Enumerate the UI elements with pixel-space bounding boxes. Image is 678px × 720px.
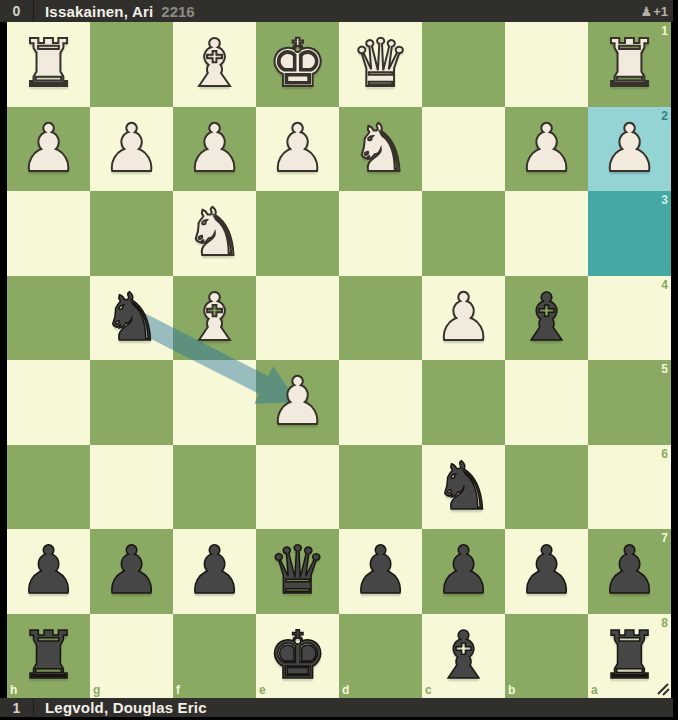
- black-pawn-g7[interactable]: ♟: [90, 529, 173, 614]
- square-d2[interactable]: ♞: [339, 107, 422, 192]
- square-e3[interactable]: [256, 191, 339, 276]
- square-g3[interactable]: [90, 191, 173, 276]
- square-f4[interactable]: ♝: [173, 276, 256, 361]
- black-pawn-h7[interactable]: ♟: [7, 529, 90, 614]
- square-c4[interactable]: ♟: [422, 276, 505, 361]
- square-e8[interactable]: e♚: [256, 614, 339, 699]
- square-f3[interactable]: ♞: [173, 191, 256, 276]
- square-d1[interactable]: ♛: [339, 22, 422, 107]
- square-b7[interactable]: ♟: [505, 529, 588, 614]
- white-rook-a1[interactable]: ♜: [588, 22, 671, 107]
- white-pawn-c4[interactable]: ♟: [422, 276, 505, 361]
- top-player-rating: 2216: [161, 3, 194, 20]
- square-h8[interactable]: h♜: [7, 614, 90, 699]
- black-pawn-b7[interactable]: ♟: [505, 529, 588, 614]
- square-a1[interactable]: 1♜: [588, 22, 671, 107]
- square-a2[interactable]: 2♟: [588, 107, 671, 192]
- square-h6[interactable]: [7, 445, 90, 530]
- square-b6[interactable]: [505, 445, 588, 530]
- rank-label-5: 5: [661, 363, 668, 375]
- square-d3[interactable]: [339, 191, 422, 276]
- square-c5[interactable]: [422, 360, 505, 445]
- square-f1[interactable]: ♝: [173, 22, 256, 107]
- white-bishop-f4[interactable]: ♝: [173, 276, 256, 361]
- square-c2[interactable]: [422, 107, 505, 192]
- square-e5[interactable]: ♟: [256, 360, 339, 445]
- square-d4[interactable]: [339, 276, 422, 361]
- square-d5[interactable]: [339, 360, 422, 445]
- square-d7[interactable]: ♟: [339, 529, 422, 614]
- square-b4[interactable]: ♝: [505, 276, 588, 361]
- square-h7[interactable]: ♟: [7, 529, 90, 614]
- rank-label-6: 6: [661, 448, 668, 460]
- square-e4[interactable]: [256, 276, 339, 361]
- square-c8[interactable]: c♝: [422, 614, 505, 699]
- square-g8[interactable]: g: [90, 614, 173, 699]
- file-label-g: g: [93, 684, 100, 696]
- resize-handle[interactable]: [655, 681, 671, 697]
- square-g4[interactable]: ♞: [90, 276, 173, 361]
- square-f5[interactable]: [173, 360, 256, 445]
- square-e6[interactable]: [256, 445, 339, 530]
- white-pawn-a2[interactable]: ♟: [588, 107, 671, 192]
- top-player-score: 0: [0, 0, 34, 22]
- black-bishop-b4[interactable]: ♝: [505, 276, 588, 361]
- white-pawn-e2[interactable]: ♟: [256, 107, 339, 192]
- square-f8[interactable]: f: [173, 614, 256, 699]
- square-g1[interactable]: [90, 22, 173, 107]
- black-queen-e7[interactable]: ♛: [256, 529, 339, 614]
- white-knight-f3[interactable]: ♞: [173, 191, 256, 276]
- square-c3[interactable]: [422, 191, 505, 276]
- top-player-name: Issakainen, Ari: [45, 3, 153, 20]
- square-g2[interactable]: ♟: [90, 107, 173, 192]
- square-c7[interactable]: ♟: [422, 529, 505, 614]
- square-h1[interactable]: ♜: [7, 22, 90, 107]
- square-a4[interactable]: 4: [588, 276, 671, 361]
- black-rook-h8[interactable]: ♜: [7, 614, 90, 699]
- bottom-player-score: 1: [0, 698, 34, 717]
- black-pawn-f7[interactable]: ♟: [173, 529, 256, 614]
- square-h2[interactable]: ♟: [7, 107, 90, 192]
- square-f2[interactable]: ♟: [173, 107, 256, 192]
- square-b2[interactable]: ♟: [505, 107, 588, 192]
- rank-label-3: 3: [661, 194, 668, 206]
- rank-label-4: 4: [661, 279, 668, 291]
- white-pawn-e5[interactable]: ♟: [256, 360, 339, 445]
- black-king-e8[interactable]: ♚: [256, 614, 339, 699]
- white-pawn-g2[interactable]: ♟: [90, 107, 173, 192]
- square-b1[interactable]: [505, 22, 588, 107]
- white-knight-d2[interactable]: ♞: [339, 107, 422, 192]
- white-king-e1[interactable]: ♚: [256, 22, 339, 107]
- square-e2[interactable]: ♟: [256, 107, 339, 192]
- pawn-icon: ♟: [641, 4, 653, 19]
- square-b3[interactable]: [505, 191, 588, 276]
- material-advantage-badge: ♟ +1: [641, 4, 673, 19]
- square-e1[interactable]: ♚: [256, 22, 339, 107]
- black-pawn-a7[interactable]: ♟: [588, 529, 671, 614]
- chess-broadcast-view: 0 Issakainen, Ari 2216 ♟ +1 ♜♝♚♛1♜♟♟♟♟♞♟…: [0, 0, 678, 720]
- square-g5[interactable]: [90, 360, 173, 445]
- square-a7[interactable]: 7♟: [588, 529, 671, 614]
- square-f6[interactable]: [173, 445, 256, 530]
- square-g6[interactable]: [90, 445, 173, 530]
- square-d6[interactable]: [339, 445, 422, 530]
- square-b5[interactable]: [505, 360, 588, 445]
- square-a3[interactable]: 3: [588, 191, 671, 276]
- material-count: +1: [653, 4, 668, 19]
- square-h4[interactable]: [7, 276, 90, 361]
- file-label-d: d: [342, 684, 349, 696]
- board: ♜♝♚♛1♜♟♟♟♟♞♟2♟♞3♞♝♟♝4♟5♞6♟♟♟♛♟♟♟7♟h♜gfe♚…: [7, 22, 671, 698]
- file-label-b: b: [508, 684, 515, 696]
- square-b8[interactable]: b: [505, 614, 588, 699]
- white-rook-h1[interactable]: ♜: [7, 22, 90, 107]
- square-e7[interactable]: ♛: [256, 529, 339, 614]
- black-pawn-c7[interactable]: ♟: [422, 529, 505, 614]
- square-h3[interactable]: [7, 191, 90, 276]
- black-pawn-d7[interactable]: ♟: [339, 529, 422, 614]
- top-player-bar: 0 Issakainen, Ari 2216 ♟ +1: [0, 0, 673, 22]
- file-label-f: f: [176, 684, 180, 696]
- white-bishop-f1[interactable]: ♝: [173, 22, 256, 107]
- black-bishop-c8[interactable]: ♝: [422, 614, 505, 699]
- white-queen-d1[interactable]: ♛: [339, 22, 422, 107]
- bottom-player-bar: 1 Legvold, Douglas Eric: [0, 698, 673, 717]
- square-d8[interactable]: d: [339, 614, 422, 699]
- white-pawn-f2[interactable]: ♟: [173, 107, 256, 192]
- square-g7[interactable]: ♟: [90, 529, 173, 614]
- square-f7[interactable]: ♟: [173, 529, 256, 614]
- square-a5[interactable]: 5: [588, 360, 671, 445]
- bottom-player-name: Legvold, Douglas Eric: [45, 699, 207, 716]
- square-a6[interactable]: 6: [588, 445, 671, 530]
- white-pawn-b2[interactable]: ♟: [505, 107, 588, 192]
- black-knight-c6[interactable]: ♞: [422, 445, 505, 530]
- black-knight-g4[interactable]: ♞: [90, 276, 173, 361]
- white-pawn-h2[interactable]: ♟: [7, 107, 90, 192]
- square-h5[interactable]: [7, 360, 90, 445]
- square-c1[interactable]: [422, 22, 505, 107]
- square-c6[interactable]: ♞: [422, 445, 505, 530]
